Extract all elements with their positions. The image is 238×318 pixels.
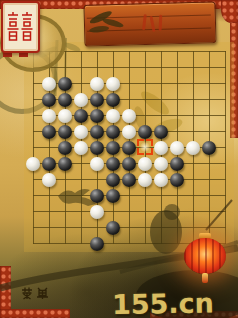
black-stone <box>106 173 120 187</box>
white-stone <box>170 141 184 155</box>
white-stone <box>42 109 56 123</box>
cursor-corner-icon <box>146 148 153 155</box>
white-stone <box>154 141 168 155</box>
lantern-body <box>184 238 226 274</box>
black-stone <box>170 157 184 171</box>
black-stone <box>138 125 152 139</box>
cursor-corner-icon <box>137 148 144 155</box>
white-stone <box>90 205 104 219</box>
white-stone <box>74 125 88 139</box>
black-stone <box>42 125 56 139</box>
move-cursor-crosshair[interactable] <box>137 139 153 155</box>
white-stone <box>58 109 72 123</box>
white-stone <box>42 173 56 187</box>
black-stone <box>202 141 216 155</box>
black-stone <box>90 93 104 107</box>
wooden-signboard <box>83 1 216 46</box>
black-stone <box>90 109 104 123</box>
black-stone <box>106 157 120 171</box>
double-happiness-glyph-art <box>7 11 34 43</box>
lantern-tassel <box>202 273 208 283</box>
black-stone <box>42 157 56 171</box>
menu-label: 菜单 <box>21 285 41 299</box>
gomoku-board-grid[interactable] <box>33 51 226 244</box>
cursor-corner-icon <box>146 139 153 146</box>
black-stone <box>58 93 72 107</box>
black-stone <box>122 157 136 171</box>
black-stone <box>90 189 104 203</box>
white-stone <box>74 141 88 155</box>
white-stone <box>154 173 168 187</box>
white-stone <box>122 125 136 139</box>
black-stone <box>90 141 104 155</box>
white-stone <box>90 77 104 91</box>
white-stone <box>138 173 152 187</box>
black-stone <box>74 109 88 123</box>
black-stone <box>106 141 120 155</box>
bamboo-leaves-art <box>87 6 144 37</box>
double-happiness-plaque: 囍 <box>1 1 40 53</box>
white-stone <box>26 157 40 171</box>
menu-softkey[interactable]: 菜单 <box>21 285 51 299</box>
ornate-bottom-border <box>0 309 70 318</box>
site-watermark: 155.cn <box>112 287 238 318</box>
black-stone <box>42 93 56 107</box>
black-stone <box>122 173 136 187</box>
black-stone <box>154 125 168 139</box>
white-stone <box>122 109 136 123</box>
white-stone <box>74 93 88 107</box>
red-lantern <box>182 226 228 284</box>
black-stone <box>90 237 104 251</box>
black-stone <box>106 125 120 139</box>
corner-knot-ornament <box>221 0 238 23</box>
black-stone <box>106 93 120 107</box>
black-stone <box>106 221 120 235</box>
black-stone <box>58 157 72 171</box>
white-stone <box>90 157 104 171</box>
black-stone <box>58 141 72 155</box>
black-stone <box>90 125 104 139</box>
white-stone <box>186 141 200 155</box>
white-stone <box>138 157 152 171</box>
white-stone <box>154 157 168 171</box>
white-stone <box>106 109 120 123</box>
white-stone <box>42 77 56 91</box>
white-stone <box>106 77 120 91</box>
black-stone <box>122 141 136 155</box>
black-stone <box>106 189 120 203</box>
black-stone <box>58 77 72 91</box>
cursor-corner-icon <box>137 139 144 146</box>
game-screen: 囍 菜单 <box>0 0 238 318</box>
black-stone <box>170 173 184 187</box>
black-stone <box>58 125 72 139</box>
